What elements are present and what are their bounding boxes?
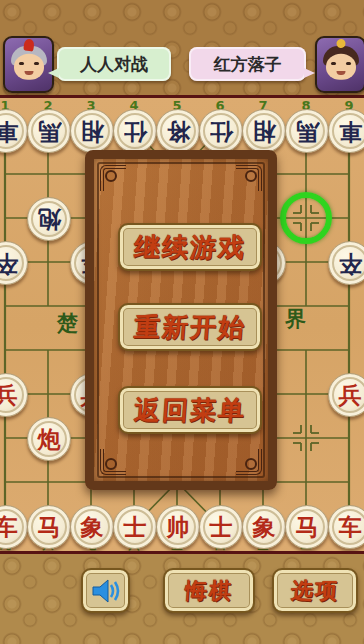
piece-character: 车 bbox=[339, 516, 362, 539]
options-label: 选项 bbox=[290, 576, 340, 606]
piece-character: 象 bbox=[81, 516, 104, 539]
back-to-menu-button[interactable]: 返回菜单 bbox=[118, 386, 262, 434]
corner-ornament bbox=[100, 165, 126, 191]
avatar-face bbox=[14, 54, 44, 80]
piece-character: 象 bbox=[253, 516, 276, 539]
red-piece-士[interactable]: 士 bbox=[199, 505, 243, 549]
piece-character: 士 bbox=[210, 516, 233, 539]
red-piece-士[interactable]: 士 bbox=[113, 505, 157, 549]
river-label-left: 楚 bbox=[57, 309, 79, 337]
undo-move-button[interactable]: 悔棋 bbox=[163, 568, 255, 613]
red-piece-象[interactable]: 象 bbox=[242, 505, 286, 549]
piece-character: 卒 bbox=[0, 252, 18, 275]
black-piece-車[interactable]: 車 bbox=[328, 109, 364, 153]
river-label-right: 界 bbox=[285, 305, 307, 333]
red-piece-马[interactable]: 马 bbox=[285, 505, 329, 549]
speaker-icon bbox=[91, 577, 121, 605]
red-piece-车[interactable]: 车 bbox=[328, 505, 364, 549]
restart-button[interactable]: 重新开始 bbox=[118, 303, 262, 351]
bubble-tail bbox=[304, 68, 315, 78]
black-piece-仕[interactable]: 仕 bbox=[199, 109, 243, 153]
corner-ornament bbox=[100, 449, 126, 475]
piece-character: 車 bbox=[0, 120, 18, 143]
board-top-edge bbox=[0, 95, 364, 98]
red-piece-象[interactable]: 象 bbox=[70, 505, 114, 549]
game-mode-text: 人人对战 bbox=[80, 53, 148, 76]
top-bar bbox=[0, 0, 364, 95]
corner-ornament bbox=[236, 165, 262, 191]
piece-character: 炮 bbox=[38, 428, 61, 451]
piece-character: 車 bbox=[339, 120, 362, 143]
move-highlight-ring bbox=[280, 192, 332, 244]
avatar-eyes bbox=[331, 62, 351, 66]
black-piece-相[interactable]: 相 bbox=[70, 109, 114, 153]
piece-character: 马 bbox=[38, 516, 61, 539]
options-button[interactable]: 选项 bbox=[272, 568, 358, 613]
sound-toggle-button[interactable] bbox=[81, 568, 130, 613]
continue-game-button[interactable]: 继续游戏 bbox=[118, 223, 262, 271]
piece-character: 仕 bbox=[210, 120, 233, 143]
continue-game-label: 继续游戏 bbox=[133, 230, 247, 265]
piece-character: 将 bbox=[167, 120, 190, 143]
piece-character: 卒 bbox=[339, 252, 362, 275]
piece-character: 馬 bbox=[38, 120, 61, 143]
black-piece-馬[interactable]: 馬 bbox=[27, 109, 71, 153]
left-player-avatar[interactable] bbox=[3, 36, 54, 93]
board-bottom-edge bbox=[0, 551, 364, 554]
bubble-tail bbox=[48, 68, 59, 78]
piece-character: 士 bbox=[124, 516, 147, 539]
black-piece-仕[interactable]: 仕 bbox=[113, 109, 157, 153]
red-piece-帅[interactable]: 帅 bbox=[156, 505, 200, 549]
piece-character: 相 bbox=[253, 120, 276, 143]
back-to-menu-label: 返回菜单 bbox=[133, 393, 247, 428]
avatar-plume bbox=[23, 38, 35, 51]
piece-character: 馬 bbox=[296, 120, 319, 143]
piece-character: 车 bbox=[0, 516, 18, 539]
red-piece-炮[interactable]: 炮 bbox=[27, 417, 71, 461]
corner-ornament bbox=[236, 449, 262, 475]
piece-character: 相 bbox=[81, 120, 104, 143]
black-piece-炮[interactable]: 炮 bbox=[27, 197, 71, 241]
black-piece-相[interactable]: 相 bbox=[242, 109, 286, 153]
piece-character: 兵 bbox=[0, 384, 18, 407]
piece-character: 帅 bbox=[167, 516, 190, 539]
undo-move-label: 悔棋 bbox=[184, 576, 234, 606]
game-mode-bubble: 人人对战 bbox=[57, 47, 171, 81]
black-piece-馬[interactable]: 馬 bbox=[285, 109, 329, 153]
turn-status-text: 红方落子 bbox=[214, 53, 282, 76]
black-piece-卒[interactable]: 卒 bbox=[328, 241, 364, 285]
turn-status-bubble: 红方落子 bbox=[189, 47, 306, 81]
piece-character: 仕 bbox=[124, 120, 147, 143]
pause-menu-panel: 继续游戏 重新开始 返回菜单 bbox=[85, 150, 277, 490]
piece-character: 马 bbox=[296, 516, 319, 539]
piece-character: 兵 bbox=[339, 384, 362, 407]
xiangqi-game-screen: 123456789九八七六五四三二一 楚 界 車馬相仕将仕相馬車炮卒卒卒卒兵兵兵… bbox=[0, 0, 364, 644]
red-piece-马[interactable]: 马 bbox=[27, 505, 71, 549]
restart-label: 重新开始 bbox=[133, 310, 247, 345]
black-piece-将[interactable]: 将 bbox=[156, 109, 200, 153]
red-piece-兵[interactable]: 兵 bbox=[328, 373, 364, 417]
right-player-avatar[interactable] bbox=[315, 36, 364, 93]
avatar-eyes bbox=[19, 62, 39, 66]
avatar-face bbox=[326, 54, 356, 80]
piece-character: 炮 bbox=[38, 208, 61, 231]
